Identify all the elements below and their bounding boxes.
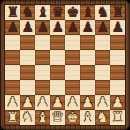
piece-white-pawn[interactable]: ♟ [81, 95, 94, 110]
square-b6[interactable] [20, 35, 35, 50]
square-a2[interactable]: ♟ [5, 95, 20, 110]
square-h6[interactable] [110, 35, 125, 50]
square-e2[interactable]: ♟ [65, 95, 80, 110]
square-f4[interactable] [80, 65, 95, 80]
square-h2[interactable]: ♟ [110, 95, 125, 110]
piece-white-pawn[interactable]: ♟ [6, 95, 19, 110]
square-b3[interactable] [20, 80, 35, 95]
piece-black-rook[interactable]: ♜ [111, 5, 124, 20]
piece-black-knight[interactable]: ♞ [96, 5, 109, 20]
square-a7[interactable]: ♟ [5, 20, 20, 35]
piece-white-queen[interactable]: ♛ [51, 110, 64, 125]
square-b8[interactable]: ♞ [20, 5, 35, 20]
square-c1[interactable]: ♝ [35, 110, 50, 125]
square-h8[interactable]: ♜ [110, 5, 125, 20]
square-e8[interactable]: ♚ [65, 5, 80, 20]
square-d7[interactable]: ♟ [50, 20, 65, 35]
square-c8[interactable]: ♝ [35, 5, 50, 20]
piece-white-king[interactable]: ♚ [66, 110, 79, 125]
square-a5[interactable] [5, 50, 20, 65]
square-g1[interactable]: ♞ [95, 110, 110, 125]
square-a8[interactable]: ♜ [5, 5, 20, 20]
piece-white-pawn[interactable]: ♟ [51, 95, 64, 110]
square-h4[interactable] [110, 65, 125, 80]
square-d4[interactable] [50, 65, 65, 80]
square-d1[interactable]: ♛ [50, 110, 65, 125]
square-c5[interactable] [35, 50, 50, 65]
square-g8[interactable]: ♞ [95, 5, 110, 20]
square-e4[interactable] [65, 65, 80, 80]
piece-black-pawn[interactable]: ♟ [66, 20, 79, 35]
piece-black-king[interactable]: ♚ [66, 5, 79, 20]
piece-black-pawn[interactable]: ♟ [36, 20, 49, 35]
square-a6[interactable] [5, 35, 20, 50]
square-c3[interactable] [35, 80, 50, 95]
square-b5[interactable] [20, 50, 35, 65]
square-d5[interactable] [50, 50, 65, 65]
piece-white-knight[interactable]: ♞ [21, 110, 34, 125]
square-d2[interactable]: ♟ [50, 95, 65, 110]
piece-black-rook[interactable]: ♜ [6, 5, 19, 20]
square-h1[interactable]: ♜ [110, 110, 125, 125]
chess-board: ♜♞♝♛♚♝♞♜♟♟♟♟♟♟♟♟♟♟♟♟♟♟♟♟♜♞♝♛♚♝♞♜ [5, 5, 125, 125]
square-h7[interactable]: ♟ [110, 20, 125, 35]
piece-black-pawn[interactable]: ♟ [21, 20, 34, 35]
piece-black-knight[interactable]: ♞ [21, 5, 34, 20]
square-e5[interactable] [65, 50, 80, 65]
square-e7[interactable]: ♟ [65, 20, 80, 35]
square-b4[interactable] [20, 65, 35, 80]
square-e1[interactable]: ♚ [65, 110, 80, 125]
square-d3[interactable] [50, 80, 65, 95]
piece-black-bishop[interactable]: ♝ [81, 5, 94, 20]
square-h3[interactable] [110, 80, 125, 95]
square-h5[interactable] [110, 50, 125, 65]
square-b7[interactable]: ♟ [20, 20, 35, 35]
square-a4[interactable] [5, 65, 20, 80]
chess-board-frame: ♜♞♝♛♚♝♞♜♟♟♟♟♟♟♟♟♟♟♟♟♟♟♟♟♜♞♝♛♚♝♞♜ [0, 0, 130, 130]
piece-white-pawn[interactable]: ♟ [66, 95, 79, 110]
square-c6[interactable] [35, 35, 50, 50]
square-g6[interactable] [95, 35, 110, 50]
piece-black-pawn[interactable]: ♟ [81, 20, 94, 35]
square-g4[interactable] [95, 65, 110, 80]
square-d8[interactable]: ♛ [50, 5, 65, 20]
square-f1[interactable]: ♝ [80, 110, 95, 125]
piece-white-pawn[interactable]: ♟ [21, 95, 34, 110]
square-g5[interactable] [95, 50, 110, 65]
square-a3[interactable] [5, 80, 20, 95]
square-f2[interactable]: ♟ [80, 95, 95, 110]
square-f7[interactable]: ♟ [80, 20, 95, 35]
square-e6[interactable] [65, 35, 80, 50]
square-g2[interactable]: ♟ [95, 95, 110, 110]
piece-white-knight[interactable]: ♞ [96, 110, 109, 125]
square-g7[interactable]: ♟ [95, 20, 110, 35]
piece-white-rook[interactable]: ♜ [111, 110, 124, 125]
piece-white-pawn[interactable]: ♟ [96, 95, 109, 110]
square-f5[interactable] [80, 50, 95, 65]
square-f8[interactable]: ♝ [80, 5, 95, 20]
piece-black-bishop[interactable]: ♝ [36, 5, 49, 20]
square-g3[interactable] [95, 80, 110, 95]
piece-black-pawn[interactable]: ♟ [6, 20, 19, 35]
square-f3[interactable] [80, 80, 95, 95]
square-c2[interactable]: ♟ [35, 95, 50, 110]
piece-white-bishop[interactable]: ♝ [81, 110, 94, 125]
piece-black-pawn[interactable]: ♟ [51, 20, 64, 35]
piece-white-bishop[interactable]: ♝ [36, 110, 49, 125]
square-c7[interactable]: ♟ [35, 20, 50, 35]
square-f6[interactable] [80, 35, 95, 50]
square-e3[interactable] [65, 80, 80, 95]
square-c4[interactable] [35, 65, 50, 80]
square-a1[interactable]: ♜ [5, 110, 20, 125]
piece-black-pawn[interactable]: ♟ [111, 20, 124, 35]
piece-black-queen[interactable]: ♛ [51, 5, 64, 20]
piece-black-pawn[interactable]: ♟ [96, 20, 109, 35]
piece-white-pawn[interactable]: ♟ [111, 95, 124, 110]
square-b2[interactable]: ♟ [20, 95, 35, 110]
piece-white-pawn[interactable]: ♟ [36, 95, 49, 110]
square-b1[interactable]: ♞ [20, 110, 35, 125]
square-d6[interactable] [50, 35, 65, 50]
piece-white-rook[interactable]: ♜ [6, 110, 19, 125]
